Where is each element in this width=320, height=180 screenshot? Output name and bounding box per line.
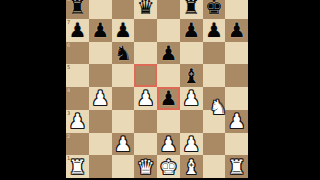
white-rook[interactable]: ♜	[228, 157, 246, 177]
white-pawn[interactable]: ♟	[182, 134, 200, 154]
square-h1[interactable]: ♜	[225, 155, 248, 178]
square-e1[interactable]: ♚	[157, 155, 180, 178]
square-c1[interactable]	[112, 155, 135, 178]
square-d7[interactable]	[134, 19, 157, 42]
square-h2[interactable]	[225, 133, 248, 156]
black-king[interactable]: ♚	[205, 0, 223, 17]
square-d6[interactable]	[134, 42, 157, 65]
black-pawn[interactable]: ♟	[91, 20, 109, 40]
square-f4[interactable]: ♟	[180, 87, 203, 110]
black-pawn[interactable]: ♟	[159, 88, 177, 108]
square-b7[interactable]: ♟	[89, 19, 112, 42]
black-bishop[interactable]: ♝	[182, 66, 200, 86]
black-rook[interactable]: ♜	[182, 0, 200, 17]
rank-label-2: 2	[67, 133, 70, 139]
square-g7[interactable]: ♟	[203, 19, 226, 42]
rank-label-6: 6	[67, 42, 70, 48]
square-g2[interactable]	[203, 133, 226, 156]
square-b4[interactable]: ♟	[89, 87, 112, 110]
square-a7[interactable]: 7♟	[66, 19, 89, 42]
square-a2[interactable]: 2	[66, 133, 89, 156]
square-c6[interactable]: ♞	[112, 42, 135, 65]
square-f7[interactable]: ♟	[180, 19, 203, 42]
square-h4[interactable]	[225, 87, 248, 110]
black-queen[interactable]: ♛	[137, 0, 155, 17]
square-d2[interactable]	[134, 133, 157, 156]
square-e3[interactable]	[157, 110, 180, 133]
white-king[interactable]: ♚	[159, 157, 177, 177]
square-g1[interactable]	[203, 155, 226, 178]
black-rook[interactable]: ♜	[68, 0, 86, 17]
square-f3[interactable]	[180, 110, 203, 133]
rank-label-7: 7	[67, 19, 70, 25]
letterbox-background: 8♜♛♜♚7♟♟♟♟♟♟6♞♟5♝4♟♟♟♟♞3♟♟2♟♟♟1♜♛♚♝♜	[0, 0, 320, 180]
square-g6[interactable]	[203, 42, 226, 65]
rank-label-3: 3	[67, 110, 70, 116]
square-b5[interactable]	[89, 64, 112, 87]
white-pawn[interactable]: ♟	[182, 88, 200, 108]
square-f6[interactable]	[180, 42, 203, 65]
square-e6[interactable]: ♟	[157, 42, 180, 65]
square-e5[interactable]	[157, 64, 180, 87]
square-a5[interactable]: 5	[66, 64, 89, 87]
square-c4[interactable]	[112, 87, 135, 110]
square-c7[interactable]: ♟	[112, 19, 135, 42]
black-pawn[interactable]: ♟	[228, 20, 246, 40]
square-b6[interactable]	[89, 42, 112, 65]
black-pawn[interactable]: ♟	[205, 20, 223, 40]
white-pawn[interactable]: ♟	[91, 88, 109, 108]
square-a3[interactable]: 3♟	[66, 110, 89, 133]
white-rook[interactable]: ♜	[68, 157, 86, 177]
white-pawn[interactable]: ♟	[137, 88, 155, 108]
square-b1[interactable]	[89, 155, 112, 178]
square-b3[interactable]	[89, 110, 112, 133]
square-e4[interactable]: ♟	[157, 87, 180, 110]
square-h7[interactable]: ♟	[225, 19, 248, 42]
square-h3[interactable]: ♟	[225, 110, 248, 133]
rank-label-8: 8	[67, 0, 70, 2]
white-pawn[interactable]: ♟	[68, 111, 86, 131]
square-c2[interactable]: ♟	[112, 133, 135, 156]
square-b8[interactable]	[89, 0, 112, 19]
square-c5[interactable]	[112, 64, 135, 87]
black-pawn[interactable]: ♟	[114, 20, 132, 40]
square-d5[interactable]	[134, 64, 157, 87]
square-f1[interactable]: ♝	[180, 155, 203, 178]
black-pawn[interactable]: ♟	[182, 20, 200, 40]
square-h6[interactable]	[225, 42, 248, 65]
rank-label-1: 1	[67, 155, 70, 161]
white-pawn[interactable]: ♟	[114, 134, 132, 154]
black-pawn[interactable]: ♟	[159, 43, 177, 63]
square-d8[interactable]: ♛	[134, 0, 157, 19]
square-g4[interactable]: ♞	[203, 87, 226, 110]
square-c3[interactable]	[112, 110, 135, 133]
square-f2[interactable]: ♟	[180, 133, 203, 156]
rank-label-4: 4	[67, 87, 70, 93]
chess-board: 8♜♛♜♚7♟♟♟♟♟♟6♞♟5♝4♟♟♟♟♞3♟♟2♟♟♟1♜♛♚♝♜	[66, 0, 248, 178]
white-pawn[interactable]: ♟	[228, 111, 246, 131]
square-g5[interactable]	[203, 64, 226, 87]
square-f8[interactable]: ♜	[180, 0, 203, 19]
square-g8[interactable]: ♚	[203, 0, 226, 19]
square-h5[interactable]	[225, 64, 248, 87]
square-c8[interactable]	[112, 0, 135, 19]
square-f5[interactable]: ♝	[180, 64, 203, 87]
black-knight[interactable]: ♞	[114, 43, 132, 63]
rank-label-5: 5	[67, 64, 70, 70]
square-d3[interactable]	[134, 110, 157, 133]
square-e2[interactable]: ♟	[157, 133, 180, 156]
white-pawn[interactable]: ♟	[159, 134, 177, 154]
square-e8[interactable]	[157, 0, 180, 19]
square-d4[interactable]: ♟	[134, 87, 157, 110]
black-pawn[interactable]: ♟	[68, 20, 86, 40]
square-a6[interactable]: 6	[66, 42, 89, 65]
square-g3[interactable]	[203, 110, 226, 133]
square-a8[interactable]: 8♜	[66, 0, 89, 19]
square-b2[interactable]	[89, 133, 112, 156]
square-d1[interactable]: ♛	[134, 155, 157, 178]
white-queen[interactable]: ♛	[137, 157, 155, 177]
square-h8[interactable]	[225, 0, 248, 19]
square-a4[interactable]: 4	[66, 87, 89, 110]
square-a1[interactable]: 1♜	[66, 155, 89, 178]
square-e7[interactable]	[157, 19, 180, 42]
white-bishop[interactable]: ♝	[182, 157, 200, 177]
